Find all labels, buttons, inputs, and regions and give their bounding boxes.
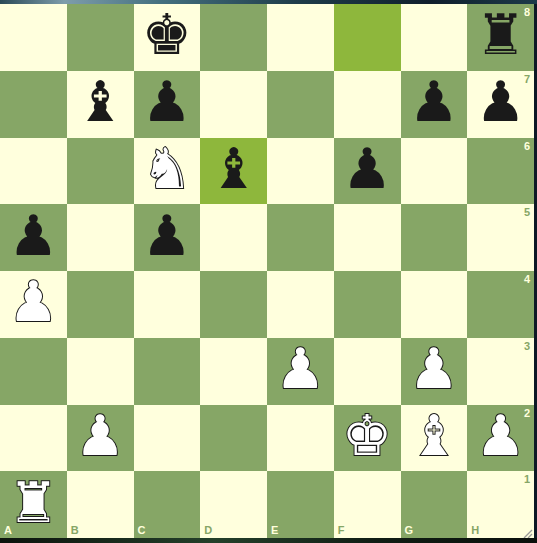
rank-label-2: 2 — [524, 408, 530, 419]
square-d3[interactable] — [200, 338, 267, 405]
square-g5[interactable] — [401, 204, 468, 271]
square-c8[interactable]: ♚ — [134, 4, 201, 71]
square-g4[interactable] — [401, 271, 468, 338]
square-d6[interactable]: ♝ — [200, 138, 267, 205]
white-king[interactable]: ♚ — [342, 408, 392, 464]
rank-label-3: 3 — [524, 341, 530, 352]
square-g2[interactable]: ♝ — [401, 405, 468, 472]
black-king[interactable]: ♚ — [142, 7, 192, 63]
file-label-c: C — [138, 525, 146, 536]
square-f4[interactable] — [334, 271, 401, 338]
square-a1[interactable]: ♜A — [0, 471, 67, 538]
rank-label-6: 6 — [524, 141, 530, 152]
square-c3[interactable] — [134, 338, 201, 405]
square-f1[interactable]: F — [334, 471, 401, 538]
square-d8[interactable] — [200, 4, 267, 71]
square-a2[interactable] — [0, 405, 67, 472]
square-h5[interactable]: 5 — [467, 204, 534, 271]
square-b8[interactable] — [67, 4, 134, 71]
file-label-h: H — [471, 525, 479, 536]
square-g1[interactable]: G — [401, 471, 468, 538]
square-f6[interactable]: ♟ — [334, 138, 401, 205]
square-f2[interactable]: ♚ — [334, 405, 401, 472]
square-c2[interactable] — [134, 405, 201, 472]
square-h3[interactable]: 3 — [467, 338, 534, 405]
square-c1[interactable]: C — [134, 471, 201, 538]
square-d5[interactable] — [200, 204, 267, 271]
square-b1[interactable]: B — [67, 471, 134, 538]
square-e1[interactable]: E — [267, 471, 334, 538]
square-a6[interactable] — [0, 138, 67, 205]
square-c4[interactable] — [134, 271, 201, 338]
chess-board[interactable]: ♚♜8♝♟♟♟7♞♝♟6♟♟5♟4♟♟3♟♚♝♟2♜ABCDEFG1H — [0, 4, 534, 538]
rank-label-4: 4 — [524, 274, 530, 285]
square-e5[interactable] — [267, 204, 334, 271]
square-b6[interactable] — [67, 138, 134, 205]
square-e2[interactable] — [267, 405, 334, 472]
square-c6[interactable]: ♞ — [134, 138, 201, 205]
black-rook[interactable]: ♜ — [476, 7, 526, 63]
background-bottom-strip — [0, 538, 537, 543]
square-d7[interactable] — [200, 71, 267, 138]
black-pawn[interactable]: ♟ — [142, 208, 192, 264]
file-label-f: F — [338, 525, 345, 536]
black-bishop[interactable]: ♝ — [75, 74, 125, 130]
square-e4[interactable] — [267, 271, 334, 338]
square-b3[interactable] — [67, 338, 134, 405]
square-c7[interactable]: ♟ — [134, 71, 201, 138]
file-label-b: B — [71, 525, 79, 536]
square-a7[interactable] — [0, 71, 67, 138]
white-knight[interactable]: ♞ — [142, 141, 192, 197]
square-h4[interactable]: 4 — [467, 271, 534, 338]
rank-label-8: 8 — [524, 7, 530, 18]
square-g6[interactable] — [401, 138, 468, 205]
square-a5[interactable]: ♟ — [0, 204, 67, 271]
file-label-e: E — [271, 525, 278, 536]
rank-label-7: 7 — [524, 74, 530, 85]
square-h6[interactable]: 6 — [467, 138, 534, 205]
square-e6[interactable] — [267, 138, 334, 205]
white-pawn[interactable]: ♟ — [75, 408, 125, 464]
square-b7[interactable]: ♝ — [67, 71, 134, 138]
square-b4[interactable] — [67, 271, 134, 338]
square-f8[interactable] — [334, 4, 401, 71]
square-f3[interactable] — [334, 338, 401, 405]
square-b5[interactable] — [67, 204, 134, 271]
square-f7[interactable] — [334, 71, 401, 138]
file-label-a: A — [4, 525, 12, 536]
white-pawn[interactable]: ♟ — [275, 341, 325, 397]
white-rook[interactable]: ♜ — [8, 475, 58, 531]
square-h7[interactable]: ♟7 — [467, 71, 534, 138]
square-g7[interactable]: ♟ — [401, 71, 468, 138]
square-a8[interactable] — [0, 4, 67, 71]
square-h2[interactable]: ♟2 — [467, 405, 534, 472]
black-pawn[interactable]: ♟ — [409, 74, 459, 130]
square-f5[interactable] — [334, 204, 401, 271]
black-pawn[interactable]: ♟ — [476, 74, 526, 130]
board-resize-handle-icon[interactable] — [521, 525, 533, 537]
square-h1[interactable]: 1H — [467, 471, 534, 538]
rank-label-1: 1 — [524, 474, 530, 485]
file-label-d: D — [204, 525, 212, 536]
chess-app-page: ♚♜8♝♟♟♟7♞♝♟6♟♟5♟4♟♟3♟♚♝♟2♜ABCDEFG1H — [0, 0, 537, 543]
square-e7[interactable] — [267, 71, 334, 138]
file-label-g: G — [405, 525, 414, 536]
square-e8[interactable] — [267, 4, 334, 71]
square-d4[interactable] — [200, 271, 267, 338]
square-g3[interactable]: ♟ — [401, 338, 468, 405]
rank-label-5: 5 — [524, 207, 530, 218]
square-d2[interactable] — [200, 405, 267, 472]
white-pawn[interactable]: ♟ — [409, 341, 459, 397]
square-c5[interactable]: ♟ — [134, 204, 201, 271]
black-pawn[interactable]: ♟ — [8, 208, 58, 264]
black-bishop[interactable]: ♝ — [209, 141, 259, 197]
black-pawn[interactable]: ♟ — [142, 74, 192, 130]
black-pawn[interactable]: ♟ — [342, 141, 392, 197]
white-pawn[interactable]: ♟ — [476, 408, 526, 464]
square-d1[interactable]: D — [200, 471, 267, 538]
square-e3[interactable]: ♟ — [267, 338, 334, 405]
white-pawn[interactable]: ♟ — [8, 274, 58, 330]
square-b2[interactable]: ♟ — [67, 405, 134, 472]
square-a3[interactable] — [0, 338, 67, 405]
white-bishop[interactable]: ♝ — [409, 408, 459, 464]
square-h8[interactable]: ♜8 — [467, 4, 534, 71]
square-a4[interactable]: ♟ — [0, 271, 67, 338]
square-g8[interactable] — [401, 4, 468, 71]
